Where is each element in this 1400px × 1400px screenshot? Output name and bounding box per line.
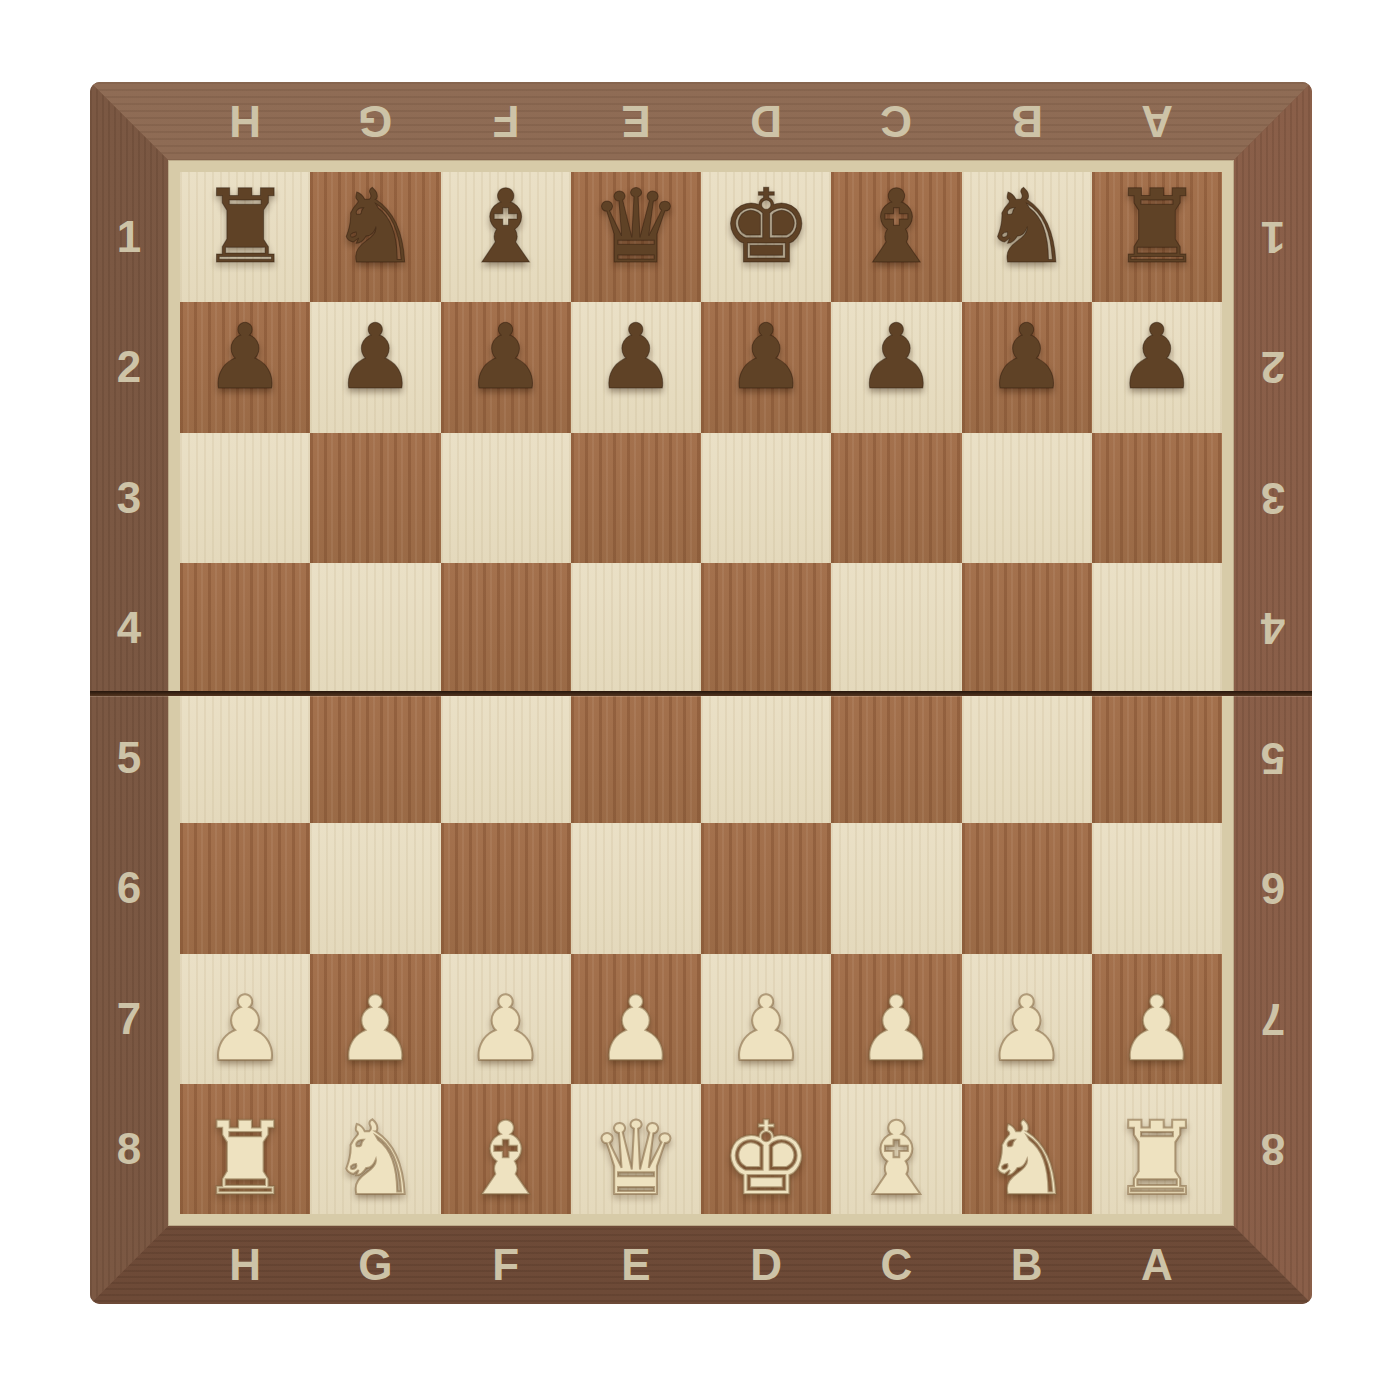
light-king-piece: ♚ xyxy=(720,1108,811,1210)
light-pawn-piece: ♟ xyxy=(726,984,807,1074)
square-g3 xyxy=(310,433,440,563)
light-rook-piece: ♜ xyxy=(1111,1108,1202,1210)
square-e7: ♟ xyxy=(571,954,701,1084)
square-d4 xyxy=(701,563,831,693)
square-f5 xyxy=(441,693,571,823)
rank-label-right-6: 6 xyxy=(1234,823,1312,953)
dark-pawn-piece: ♟ xyxy=(726,312,807,402)
chess-board: HGFEDCBA HGFEDCBA 12345678 12345678 ♜♞♝♛… xyxy=(90,82,1312,1304)
file-label-bottom-b: B xyxy=(962,1226,1092,1304)
file-label-top-h: H xyxy=(180,82,310,160)
square-a8: ♜ xyxy=(1092,1084,1222,1214)
square-h5 xyxy=(180,693,310,823)
file-label-bottom-e: E xyxy=(571,1226,701,1304)
square-e4 xyxy=(571,563,701,693)
dark-knight-piece: ♞ xyxy=(330,176,421,278)
square-e1: ♛ xyxy=(571,172,701,302)
rank-label-right-8: 8 xyxy=(1234,1084,1312,1214)
light-pawn-piece: ♟ xyxy=(1117,984,1198,1074)
square-c8: ♝ xyxy=(831,1084,961,1214)
rank-label-left-7: 7 xyxy=(90,954,168,1084)
square-f3 xyxy=(441,433,571,563)
file-label-bottom-c: C xyxy=(831,1226,961,1304)
rank-label-right-2: 2 xyxy=(1234,302,1312,432)
square-g1: ♞ xyxy=(310,172,440,302)
light-bishop-piece: ♝ xyxy=(460,1108,551,1210)
square-h8: ♜ xyxy=(180,1084,310,1214)
dark-pawn-piece: ♟ xyxy=(205,312,286,402)
square-b1: ♞ xyxy=(962,172,1092,302)
square-c5 xyxy=(831,693,961,823)
square-h7: ♟ xyxy=(180,954,310,1084)
dark-queen-piece: ♛ xyxy=(590,176,681,278)
dark-pawn-piece: ♟ xyxy=(856,312,937,402)
square-f4 xyxy=(441,563,571,693)
photo-canvas: HGFEDCBA HGFEDCBA 12345678 12345678 ♜♞♝♛… xyxy=(0,0,1400,1400)
square-b7: ♟ xyxy=(962,954,1092,1084)
square-g6 xyxy=(310,823,440,953)
file-label-top-c: C xyxy=(831,82,961,160)
file-labels-top: HGFEDCBA xyxy=(180,82,1222,160)
dark-bishop-piece: ♝ xyxy=(460,176,551,278)
square-g4 xyxy=(310,563,440,693)
file-label-bottom-d: D xyxy=(701,1226,831,1304)
square-a6 xyxy=(1092,823,1222,953)
file-label-top-d: D xyxy=(701,82,831,160)
square-b3 xyxy=(962,433,1092,563)
square-f2: ♟ xyxy=(441,302,571,432)
square-h1: ♜ xyxy=(180,172,310,302)
rank-label-left-1: 1 xyxy=(90,172,168,302)
rank-label-right-4: 4 xyxy=(1234,563,1312,693)
square-b4 xyxy=(962,563,1092,693)
light-bishop-piece: ♝ xyxy=(851,1108,942,1210)
file-label-top-b: B xyxy=(962,82,1092,160)
rank-label-left-5: 5 xyxy=(90,693,168,823)
square-a5 xyxy=(1092,693,1222,823)
rank-label-right-3: 3 xyxy=(1234,433,1312,563)
square-d5 xyxy=(701,693,831,823)
file-label-top-g: G xyxy=(310,82,440,160)
square-h3 xyxy=(180,433,310,563)
file-label-top-f: F xyxy=(441,82,571,160)
dark-pawn-piece: ♟ xyxy=(596,312,677,402)
square-e8: ♛ xyxy=(571,1084,701,1214)
square-g8: ♞ xyxy=(310,1084,440,1214)
square-a3 xyxy=(1092,433,1222,563)
dark-pawn-piece: ♟ xyxy=(1117,312,1198,402)
fold-seam xyxy=(90,691,1312,696)
square-d2: ♟ xyxy=(701,302,831,432)
light-pawn-piece: ♟ xyxy=(335,984,416,1074)
rank-label-left-6: 6 xyxy=(90,823,168,953)
light-pawn-piece: ♟ xyxy=(986,984,1067,1074)
square-c1: ♝ xyxy=(831,172,961,302)
rank-label-right-5: 5 xyxy=(1234,693,1312,823)
file-label-bottom-g: G xyxy=(310,1226,440,1304)
square-e6 xyxy=(571,823,701,953)
light-knight-piece: ♞ xyxy=(981,1108,1072,1210)
file-label-top-a: A xyxy=(1092,82,1222,160)
file-label-bottom-f: F xyxy=(441,1226,571,1304)
square-b5 xyxy=(962,693,1092,823)
light-rook-piece: ♜ xyxy=(199,1108,290,1210)
light-pawn-piece: ♟ xyxy=(465,984,546,1074)
square-e5 xyxy=(571,693,701,823)
square-h4 xyxy=(180,563,310,693)
square-e2: ♟ xyxy=(571,302,701,432)
light-knight-piece: ♞ xyxy=(330,1108,421,1210)
square-d3 xyxy=(701,433,831,563)
square-b2: ♟ xyxy=(962,302,1092,432)
dark-rook-piece: ♜ xyxy=(1111,176,1202,278)
light-pawn-piece: ♟ xyxy=(205,984,286,1074)
square-c3 xyxy=(831,433,961,563)
dark-knight-piece: ♞ xyxy=(981,176,1072,278)
square-h6 xyxy=(180,823,310,953)
square-a7: ♟ xyxy=(1092,954,1222,1084)
square-h2: ♟ xyxy=(180,302,310,432)
square-f8: ♝ xyxy=(441,1084,571,1214)
square-b8: ♞ xyxy=(962,1084,1092,1214)
light-pawn-piece: ♟ xyxy=(596,984,677,1074)
file-label-bottom-h: H xyxy=(180,1226,310,1304)
square-a4 xyxy=(1092,563,1222,693)
rank-label-left-3: 3 xyxy=(90,433,168,563)
square-g7: ♟ xyxy=(310,954,440,1084)
file-label-top-e: E xyxy=(571,82,701,160)
dark-bishop-piece: ♝ xyxy=(851,176,942,278)
square-d6 xyxy=(701,823,831,953)
square-f1: ♝ xyxy=(441,172,571,302)
square-d1: ♚ xyxy=(701,172,831,302)
rank-label-left-2: 2 xyxy=(90,302,168,432)
light-queen-piece: ♛ xyxy=(590,1108,681,1210)
square-e3 xyxy=(571,433,701,563)
dark-pawn-piece: ♟ xyxy=(986,312,1067,402)
rank-label-right-7: 7 xyxy=(1234,954,1312,1084)
rank-label-left-4: 4 xyxy=(90,563,168,693)
square-c4 xyxy=(831,563,961,693)
square-a1: ♜ xyxy=(1092,172,1222,302)
dark-pawn-piece: ♟ xyxy=(465,312,546,402)
file-label-bottom-a: A xyxy=(1092,1226,1222,1304)
square-d8: ♚ xyxy=(701,1084,831,1214)
dark-rook-piece: ♜ xyxy=(199,176,290,278)
file-labels-bottom: HGFEDCBA xyxy=(180,1226,1222,1304)
square-g5 xyxy=(310,693,440,823)
square-f6 xyxy=(441,823,571,953)
square-c2: ♟ xyxy=(831,302,961,432)
dark-pawn-piece: ♟ xyxy=(335,312,416,402)
rank-label-right-1: 1 xyxy=(1234,172,1312,302)
square-g2: ♟ xyxy=(310,302,440,432)
square-c7: ♟ xyxy=(831,954,961,1084)
rank-label-left-8: 8 xyxy=(90,1084,168,1214)
square-c6 xyxy=(831,823,961,953)
light-pawn-piece: ♟ xyxy=(856,984,937,1074)
square-a2: ♟ xyxy=(1092,302,1222,432)
square-b6 xyxy=(962,823,1092,953)
square-d7: ♟ xyxy=(701,954,831,1084)
dark-king-piece: ♚ xyxy=(720,176,811,278)
square-f7: ♟ xyxy=(441,954,571,1084)
